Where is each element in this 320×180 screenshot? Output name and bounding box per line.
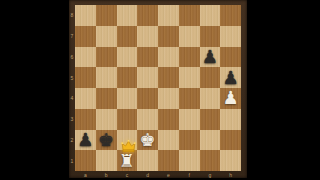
square-a7[interactable] xyxy=(75,26,96,47)
square-d4[interactable] xyxy=(137,88,158,109)
square-g3[interactable] xyxy=(200,109,221,130)
black-pawn-a2[interactable]: ♟ xyxy=(75,130,96,151)
rank-label-8: 8 xyxy=(69,5,75,26)
square-c5[interactable] xyxy=(117,67,138,88)
square-a2[interactable]: ♟ xyxy=(75,130,96,151)
square-d2[interactable]: ♚ xyxy=(137,130,158,151)
square-a1[interactable] xyxy=(75,150,96,171)
square-f8[interactable] xyxy=(179,5,200,26)
square-c1[interactable]: ♜ xyxy=(117,150,138,171)
square-h6[interactable] xyxy=(220,47,241,68)
square-e7[interactable] xyxy=(158,26,179,47)
file-label-a: a xyxy=(75,171,96,178)
file-label-c: c xyxy=(117,171,138,178)
black-pawn-g6[interactable]: ♟ xyxy=(200,47,221,68)
square-g8[interactable] xyxy=(200,5,221,26)
rank-label-4: 4 xyxy=(69,88,75,109)
square-c6[interactable] xyxy=(117,47,138,68)
white-king-d2[interactable]: ♚ xyxy=(137,130,158,151)
square-c7[interactable] xyxy=(117,26,138,47)
square-g1[interactable] xyxy=(200,150,221,171)
square-f3[interactable] xyxy=(179,109,200,130)
file-label-h: h xyxy=(220,171,241,178)
square-g7[interactable] xyxy=(200,26,221,47)
letterbox-background: ♟♟♟♟♚♚♜ 87654321 abcdefgh xyxy=(0,0,320,180)
square-g2[interactable] xyxy=(200,130,221,151)
square-h5[interactable]: ♟ xyxy=(220,67,241,88)
square-a8[interactable] xyxy=(75,5,96,26)
square-f7[interactable] xyxy=(179,26,200,47)
file-label-f: f xyxy=(179,171,200,178)
square-b7[interactable] xyxy=(96,26,117,47)
square-d6[interactable] xyxy=(137,47,158,68)
square-c4[interactable] xyxy=(117,88,138,109)
square-h3[interactable] xyxy=(220,109,241,130)
square-h2[interactable] xyxy=(220,130,241,151)
square-f5[interactable] xyxy=(179,67,200,88)
square-d7[interactable] xyxy=(137,26,158,47)
black-king-b2[interactable]: ♚ xyxy=(96,130,117,151)
square-d5[interactable] xyxy=(137,67,158,88)
square-a3[interactable] xyxy=(75,109,96,130)
square-f6[interactable] xyxy=(179,47,200,68)
square-a6[interactable] xyxy=(75,47,96,68)
white-pawn-h4[interactable]: ♟ xyxy=(220,88,241,109)
file-label-b: b xyxy=(96,171,117,178)
square-h4[interactable]: ♟ xyxy=(220,88,241,109)
square-h8[interactable] xyxy=(220,5,241,26)
square-f4[interactable] xyxy=(179,88,200,109)
rank-label-2: 2 xyxy=(69,130,75,151)
black-pawn-h5[interactable]: ♟ xyxy=(220,67,241,88)
file-label-d: d xyxy=(137,171,158,178)
chess-board: ♟♟♟♟♚♚♜ 87654321 abcdefgh xyxy=(69,0,247,178)
rank-label-5: 5 xyxy=(69,67,75,88)
square-b5[interactable] xyxy=(96,67,117,88)
square-e8[interactable] xyxy=(158,5,179,26)
rank-label-7: 7 xyxy=(69,26,75,47)
square-f1[interactable] xyxy=(179,150,200,171)
square-e1[interactable] xyxy=(158,150,179,171)
square-d1[interactable] xyxy=(137,150,158,171)
rank-label-6: 6 xyxy=(69,47,75,68)
file-label-g: g xyxy=(200,171,221,178)
board-grid: ♟♟♟♟♚♚♜ xyxy=(75,5,241,171)
rank-label-3: 3 xyxy=(69,109,75,130)
square-c3[interactable] xyxy=(117,109,138,130)
square-e2[interactable] xyxy=(158,130,179,151)
square-e4[interactable] xyxy=(158,88,179,109)
square-c2[interactable] xyxy=(117,130,138,151)
square-a4[interactable] xyxy=(75,88,96,109)
rank-label-1: 1 xyxy=(69,150,75,171)
square-d8[interactable] xyxy=(137,5,158,26)
white-rook-c1[interactable]: ♜ xyxy=(117,150,138,171)
square-b6[interactable] xyxy=(96,47,117,68)
square-b8[interactable] xyxy=(96,5,117,26)
square-c8[interactable] xyxy=(117,5,138,26)
square-b4[interactable] xyxy=(96,88,117,109)
square-e5[interactable] xyxy=(158,67,179,88)
square-g4[interactable] xyxy=(200,88,221,109)
square-g6[interactable]: ♟ xyxy=(200,47,221,68)
square-b1[interactable] xyxy=(96,150,117,171)
square-a5[interactable] xyxy=(75,67,96,88)
square-f2[interactable] xyxy=(179,130,200,151)
square-h1[interactable] xyxy=(220,150,241,171)
square-d3[interactable] xyxy=(137,109,158,130)
square-e3[interactable] xyxy=(158,109,179,130)
square-b2[interactable]: ♚ xyxy=(96,130,117,151)
square-h7[interactable] xyxy=(220,26,241,47)
square-g5[interactable] xyxy=(200,67,221,88)
square-e6[interactable] xyxy=(158,47,179,68)
file-label-e: e xyxy=(158,171,179,178)
square-b3[interactable] xyxy=(96,109,117,130)
